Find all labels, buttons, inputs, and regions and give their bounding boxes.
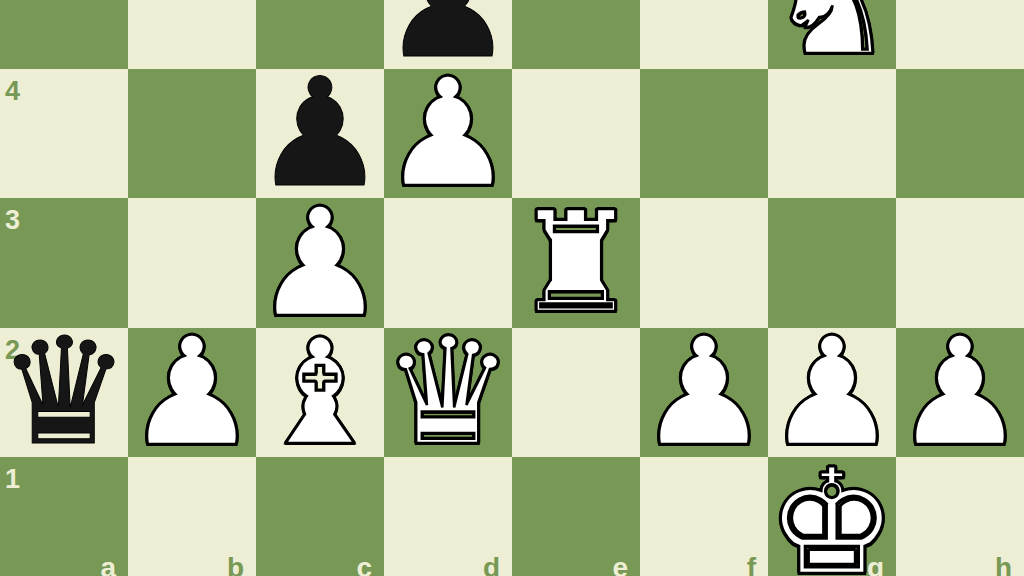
square-e2[interactable] <box>512 328 640 458</box>
chess-board: ♟♞4♟♟3♟♜2♛♟♝♛♟♟♟1abcdefg♚h <box>0 0 1024 576</box>
piece-white-pawn-d4[interactable]: ♟ <box>384 69 512 199</box>
square-e1[interactable]: e <box>512 457 640 576</box>
file-label-c: c <box>356 554 372 576</box>
square-f4[interactable] <box>640 69 768 199</box>
square-b4[interactable] <box>128 69 256 199</box>
square-e3[interactable]: ♜ <box>512 198 640 328</box>
square-f5[interactable] <box>640 0 768 69</box>
piece-white-rook-e3[interactable]: ♜ <box>512 198 640 328</box>
piece-black-queen-a2[interactable]: ♛ <box>0 328 128 458</box>
square-g1[interactable]: g♚ <box>768 457 896 576</box>
piece-white-king-g1[interactable]: ♚ <box>768 457 896 576</box>
square-g4[interactable] <box>768 69 896 199</box>
square-b2[interactable]: ♟ <box>128 328 256 458</box>
rank-label-4: 4 <box>5 78 20 105</box>
square-b5[interactable] <box>128 0 256 69</box>
file-label-b: b <box>227 554 244 576</box>
rank-label-3: 3 <box>5 207 20 234</box>
piece-white-bishop-c2[interactable]: ♝ <box>256 328 384 458</box>
square-d2[interactable]: ♛ <box>384 328 512 458</box>
piece-white-pawn-h2[interactable]: ♟ <box>896 328 1024 458</box>
file-label-e: e <box>612 554 628 576</box>
square-f2[interactable]: ♟ <box>640 328 768 458</box>
file-label-f: f <box>747 554 756 576</box>
square-a4[interactable]: 4 <box>0 69 128 199</box>
file-label-a: a <box>100 554 116 576</box>
square-h5[interactable] <box>896 0 1024 69</box>
square-a2[interactable]: 2♛ <box>0 328 128 458</box>
file-label-d: d <box>483 554 500 576</box>
piece-white-queen-d2[interactable]: ♛ <box>384 328 512 458</box>
file-label-h: h <box>995 554 1012 576</box>
piece-white-pawn-f2[interactable]: ♟ <box>640 328 768 458</box>
square-h4[interactable] <box>896 69 1024 199</box>
square-c2[interactable]: ♝ <box>256 328 384 458</box>
square-a5[interactable] <box>0 0 128 69</box>
square-h2[interactable]: ♟ <box>896 328 1024 458</box>
square-g5[interactable]: ♞ <box>768 0 896 69</box>
square-e5[interactable] <box>512 0 640 69</box>
piece-white-pawn-b2[interactable]: ♟ <box>128 328 256 458</box>
square-d4[interactable]: ♟ <box>384 69 512 199</box>
square-e4[interactable] <box>512 69 640 199</box>
chessboard-viewport: ♟♞4♟♟3♟♜2♛♟♝♛♟♟♟1abcdefg♚h <box>0 0 1024 576</box>
piece-white-knight-g5[interactable]: ♞ <box>768 0 896 69</box>
